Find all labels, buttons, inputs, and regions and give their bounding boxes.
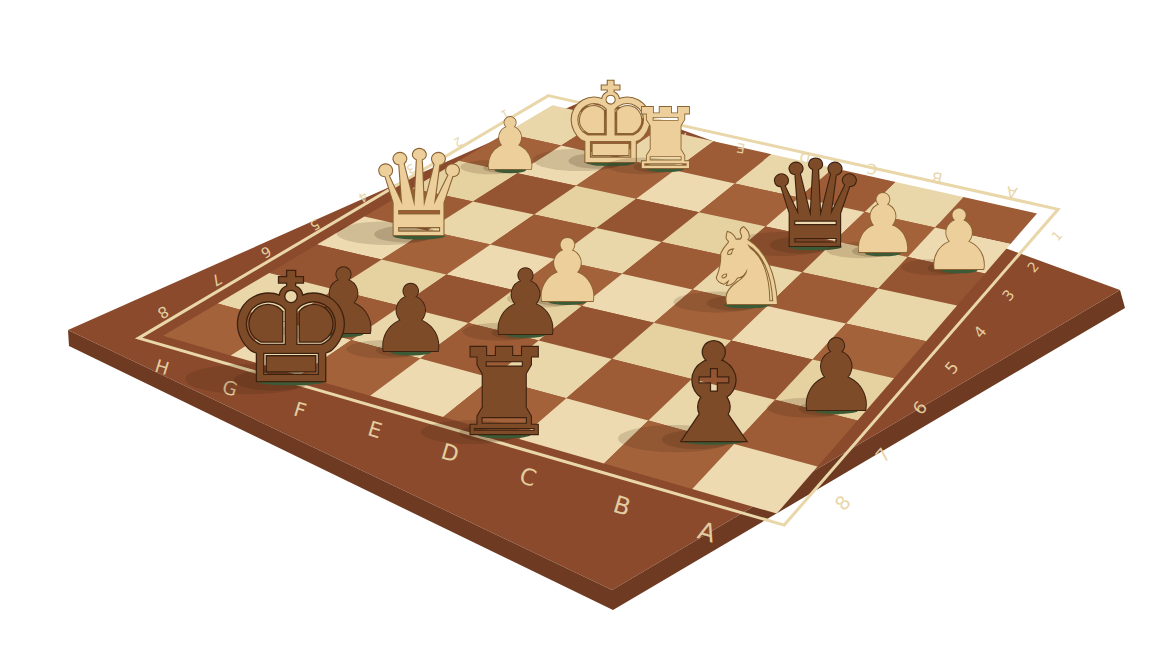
rank-label-bottomright-1: 1 — [1049, 228, 1066, 244]
white-knight-glyph: ♞ — [700, 206, 794, 329]
file-label-topright-E: E — [736, 140, 747, 156]
dark-king-glyph: ♚ — [223, 241, 358, 417]
white-pawn-glyph: ♟ — [922, 192, 996, 289]
rank-label-bottomright-8: 8 — [830, 491, 856, 515]
file-label-topright-A: A — [1005, 182, 1019, 202]
dark-pawn-glyph: ♟ — [792, 318, 881, 433]
dark-bishop-glyph: ♝ — [652, 314, 774, 473]
white-queen-glyph: ♛ — [366, 126, 472, 263]
file-label-topright-B: B — [931, 169, 944, 188]
white-pawn-glyph: ♟ — [478, 103, 542, 186]
white-rook-glyph: ♜ — [628, 90, 703, 188]
white-pawn-glyph: ♟ — [847, 177, 919, 271]
dark-pawn-glyph: ♟ — [370, 265, 453, 373]
dark-rook-glyph: ♜ — [451, 323, 558, 462]
chessboard-scene: 11HH22GG33FF44EE55DD66CC77BB88AA♚♜♟♛♛♟♟♞… — [0, 0, 1174, 672]
chessboard-photo: 11HH22GG33FF44EE55DD66CC77BB88AA♚♜♟♛♛♟♟♞… — [0, 0, 1174, 672]
